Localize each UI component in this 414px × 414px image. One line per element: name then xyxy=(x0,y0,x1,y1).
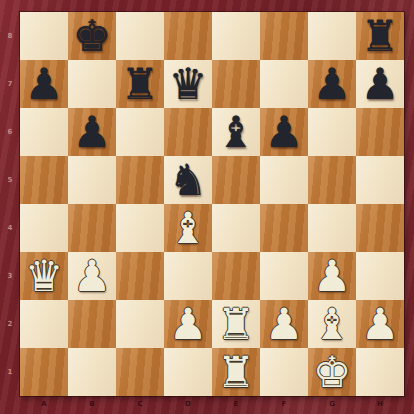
rank-label-1: 1 xyxy=(0,348,20,396)
black-queen-d7[interactable]: ♛ xyxy=(169,60,208,108)
black-pawn-f6[interactable]: ♟ xyxy=(265,108,304,156)
square-c5[interactable] xyxy=(116,156,164,204)
black-pawn-b6[interactable]: ♟ xyxy=(73,108,112,156)
square-a8[interactable] xyxy=(20,12,68,60)
file-label-e: e xyxy=(212,396,260,414)
square-e3[interactable] xyxy=(212,252,260,300)
rank-label-5: 5 xyxy=(0,156,20,204)
square-d8[interactable] xyxy=(164,12,212,60)
square-a6[interactable] xyxy=(20,108,68,156)
rank-label-4: 4 xyxy=(0,204,20,252)
square-h7[interactable]: ♟ xyxy=(356,60,404,108)
black-pawn-h7[interactable]: ♟ xyxy=(361,60,400,108)
black-rook-c7[interactable]: ♜ xyxy=(121,60,160,108)
square-g7[interactable]: ♟ xyxy=(308,60,356,108)
square-b3[interactable]: ♟ xyxy=(68,252,116,300)
white-bishop-g2[interactable]: ♝ xyxy=(313,300,352,348)
file-label-f: f xyxy=(260,396,308,414)
square-h2[interactable]: ♟ xyxy=(356,300,404,348)
square-c7[interactable]: ♜ xyxy=(116,60,164,108)
square-c2[interactable] xyxy=(116,300,164,348)
square-b8[interactable]: ♚ xyxy=(68,12,116,60)
white-rook-e2[interactable]: ♜ xyxy=(217,300,256,348)
square-a7[interactable]: ♟ xyxy=(20,60,68,108)
square-d2[interactable]: ♟ xyxy=(164,300,212,348)
black-rook-h8[interactable]: ♜ xyxy=(361,12,400,60)
rank-label-3: 3 xyxy=(0,252,20,300)
black-pawn-g7[interactable]: ♟ xyxy=(313,60,352,108)
square-f1[interactable] xyxy=(260,348,308,396)
file-label-h: h xyxy=(356,396,404,414)
square-f5[interactable] xyxy=(260,156,308,204)
file-label-d: d xyxy=(164,396,212,414)
square-d5[interactable]: ♞ xyxy=(164,156,212,204)
white-king-g1[interactable]: ♚ xyxy=(313,348,352,396)
square-c4[interactable] xyxy=(116,204,164,252)
square-d3[interactable] xyxy=(164,252,212,300)
square-g3[interactable]: ♟ xyxy=(308,252,356,300)
white-bishop-d4[interactable]: ♝ xyxy=(169,204,208,252)
file-label-g: g xyxy=(308,396,356,414)
black-knight-d5[interactable]: ♞ xyxy=(169,156,208,204)
square-e5[interactable] xyxy=(212,156,260,204)
square-c8[interactable] xyxy=(116,12,164,60)
white-rook-e1[interactable]: ♜ xyxy=(217,348,256,396)
square-h8[interactable]: ♜ xyxy=(356,12,404,60)
square-c6[interactable] xyxy=(116,108,164,156)
black-king-b8[interactable]: ♚ xyxy=(73,12,112,60)
square-b2[interactable] xyxy=(68,300,116,348)
square-a4[interactable] xyxy=(20,204,68,252)
square-h1[interactable] xyxy=(356,348,404,396)
square-c1[interactable] xyxy=(116,348,164,396)
square-h4[interactable] xyxy=(356,204,404,252)
rank-labels: 87654321 xyxy=(0,12,20,396)
white-pawn-g3[interactable]: ♟ xyxy=(313,252,352,300)
square-d7[interactable]: ♛ xyxy=(164,60,212,108)
square-e1[interactable]: ♜ xyxy=(212,348,260,396)
white-pawn-f2[interactable]: ♟ xyxy=(265,300,304,348)
rank-label-7: 7 xyxy=(0,60,20,108)
square-g8[interactable] xyxy=(308,12,356,60)
rank-label-6: 6 xyxy=(0,108,20,156)
square-b5[interactable] xyxy=(68,156,116,204)
square-b6[interactable]: ♟ xyxy=(68,108,116,156)
white-pawn-b3[interactable]: ♟ xyxy=(73,252,112,300)
square-h3[interactable] xyxy=(356,252,404,300)
square-f7[interactable] xyxy=(260,60,308,108)
white-pawn-d2[interactable]: ♟ xyxy=(169,300,208,348)
square-f6[interactable]: ♟ xyxy=(260,108,308,156)
square-c3[interactable] xyxy=(116,252,164,300)
square-d6[interactable] xyxy=(164,108,212,156)
square-f3[interactable] xyxy=(260,252,308,300)
square-e7[interactable] xyxy=(212,60,260,108)
square-h6[interactable] xyxy=(356,108,404,156)
square-g2[interactable]: ♝ xyxy=(308,300,356,348)
square-f8[interactable] xyxy=(260,12,308,60)
file-label-a: a xyxy=(20,396,68,414)
file-label-c: c xyxy=(116,396,164,414)
square-e4[interactable] xyxy=(212,204,260,252)
square-h5[interactable] xyxy=(356,156,404,204)
square-g1[interactable]: ♚ xyxy=(308,348,356,396)
square-e2[interactable]: ♜ xyxy=(212,300,260,348)
rank-label-8: 8 xyxy=(0,12,20,60)
square-e6[interactable]: ♝ xyxy=(212,108,260,156)
square-a2[interactable] xyxy=(20,300,68,348)
rank-label-2: 2 xyxy=(0,300,20,348)
square-d4[interactable]: ♝ xyxy=(164,204,212,252)
white-queen-a3[interactable]: ♛ xyxy=(25,252,64,300)
square-g6[interactable] xyxy=(308,108,356,156)
square-g4[interactable] xyxy=(308,204,356,252)
square-f2[interactable]: ♟ xyxy=(260,300,308,348)
square-b7[interactable] xyxy=(68,60,116,108)
square-a3[interactable]: ♛ xyxy=(20,252,68,300)
square-f4[interactable] xyxy=(260,204,308,252)
square-b4[interactable] xyxy=(68,204,116,252)
square-a5[interactable] xyxy=(20,156,68,204)
square-b1[interactable] xyxy=(68,348,116,396)
square-e8[interactable] xyxy=(212,12,260,60)
black-pawn-a7[interactable]: ♟ xyxy=(25,60,64,108)
square-g5[interactable] xyxy=(308,156,356,204)
file-labels: abcdefgh xyxy=(20,396,404,414)
board: ♚♜♟♜♛♟♟♟♝♟♞♝♛♟♟♟♜♟♝♟♜♚ xyxy=(20,12,404,396)
black-bishop-e6[interactable]: ♝ xyxy=(217,108,256,156)
file-label-b: b xyxy=(68,396,116,414)
white-pawn-h2[interactable]: ♟ xyxy=(361,300,400,348)
square-d1[interactable] xyxy=(164,348,212,396)
square-a1[interactable] xyxy=(20,348,68,396)
